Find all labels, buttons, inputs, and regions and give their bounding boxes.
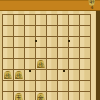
grid-line-horizontal [2,69,91,70]
piece-kanji: 歩 [38,62,44,68]
captured-piece-count: 4 [87,6,97,11]
grid-line-horizontal [2,58,91,59]
piece-kanji: 金 [38,95,44,100]
star-point [35,40,37,42]
band-top-line [0,0,100,1]
star-point [63,70,65,72]
shogi-app-screen: 歩 4 歩 歩 歩 玉 金 [0,0,100,100]
table-background-band [0,0,100,11]
piece-kanji: 歩 [5,73,11,79]
grid-line-horizontal [2,47,91,48]
piece-kanji: 歩 [16,73,22,79]
grid-line-horizontal [2,91,91,92]
piece-kanji: 玉 [16,95,22,100]
grid-line-horizontal [2,14,91,15]
board-right-frame-edge [96,11,100,100]
star-point [68,40,70,42]
grid-line-horizontal [2,80,91,81]
star-point [29,70,31,72]
piece-kanji: 歩 [89,0,95,4]
grid-line-horizontal [2,25,91,26]
grid-line-horizontal [2,36,91,37]
shogi-board[interactable]: 歩 歩 歩 玉 金 [0,11,96,100]
